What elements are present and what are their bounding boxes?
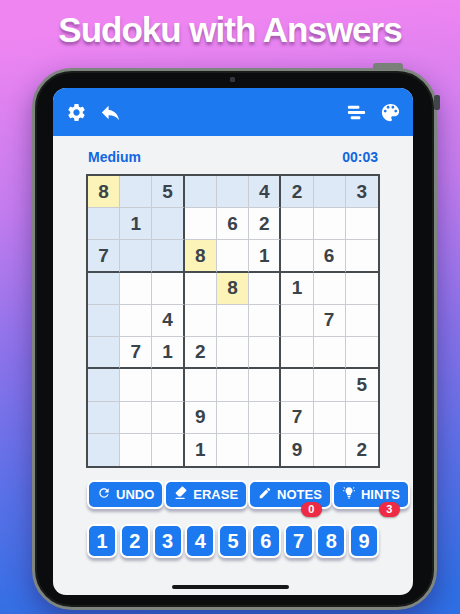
cell-r4c5[interactable]: 8 [217, 273, 249, 305]
cell-r2c4[interactable] [185, 208, 217, 240]
cell-r3c9[interactable] [346, 240, 378, 272]
cell-r8c3[interactable] [152, 402, 184, 434]
volume-button [434, 95, 440, 110]
hints-label: HINTS [361, 487, 400, 502]
cell-r3c2[interactable] [120, 240, 152, 272]
numpad-button-2[interactable]: 2 [120, 524, 150, 558]
cell-r9c8[interactable] [314, 434, 346, 466]
difficulty-label: Medium [88, 149, 141, 165]
cell-r2c5[interactable]: 6 [217, 208, 249, 240]
cell-r3c8[interactable]: 6 [314, 240, 346, 272]
cell-r6c7[interactable] [281, 337, 313, 369]
cell-r8c5[interactable] [217, 402, 249, 434]
cell-r2c9[interactable] [346, 208, 378, 240]
cell-r6c8[interactable] [314, 337, 346, 369]
cell-r9c3[interactable] [152, 434, 184, 466]
notes-badge: 0 [301, 502, 322, 517]
cell-r2c6[interactable]: 2 [249, 208, 281, 240]
cell-r4c1[interactable] [88, 273, 120, 305]
cell-r3c5[interactable] [217, 240, 249, 272]
cell-r7c5[interactable] [217, 369, 249, 401]
power-button [373, 63, 403, 70]
cell-r8c2[interactable] [120, 402, 152, 434]
cell-r7c3[interactable] [152, 369, 184, 401]
cell-r8c1[interactable] [88, 402, 120, 434]
cell-r8c4[interactable]: 9 [185, 402, 217, 434]
numpad-row: 123456789 [87, 524, 379, 558]
numpad-button-8[interactable]: 8 [316, 524, 346, 558]
cell-r6c6[interactable] [249, 337, 281, 369]
cell-r5c9[interactable] [346, 305, 378, 337]
erase-button[interactable]: ERASE [164, 480, 248, 509]
cell-r8c7[interactable]: 7 [281, 402, 313, 434]
cell-r4c6[interactable] [249, 273, 281, 305]
cell-r6c5[interactable] [217, 337, 249, 369]
numpad-button-1[interactable]: 1 [87, 524, 117, 558]
hints-badge: 3 [379, 502, 400, 517]
pencil-icon [258, 486, 272, 503]
cell-r6c2[interactable]: 7 [120, 337, 152, 369]
erase-label: ERASE [193, 487, 238, 502]
undo-label: UNDO [116, 487, 154, 502]
hints-button[interactable]: HINTS 3 [332, 480, 410, 509]
cell-r3c4[interactable]: 8 [185, 240, 217, 272]
numpad-button-4[interactable]: 4 [185, 524, 215, 558]
status-row: Medium 00:03 [88, 149, 378, 165]
numpad-button-9[interactable]: 9 [349, 524, 379, 558]
cell-r2c2[interactable]: 1 [120, 208, 152, 240]
cell-r1c8[interactable] [314, 176, 346, 208]
cell-r1c3[interactable]: 5 [152, 176, 184, 208]
cell-r5c8[interactable]: 7 [314, 305, 346, 337]
cell-r5c6[interactable] [249, 305, 281, 337]
cell-r7c8[interactable] [314, 369, 346, 401]
cell-r5c7[interactable] [281, 305, 313, 337]
cell-r8c8[interactable] [314, 402, 346, 434]
cell-r4c2[interactable] [120, 273, 152, 305]
notes-button[interactable]: NOTES 0 [248, 480, 332, 509]
cell-r4c4[interactable] [185, 273, 217, 305]
cell-r5c5[interactable] [217, 305, 249, 337]
cell-r1c7[interactable]: 2 [281, 176, 313, 208]
back-arrow-icon[interactable] [93, 95, 127, 129]
cell-r3c7[interactable] [281, 240, 313, 272]
eraser-icon [174, 486, 188, 503]
settings-gear-icon[interactable] [59, 95, 93, 129]
toolbar [53, 88, 413, 136]
cell-r9c9[interactable]: 2 [346, 434, 378, 466]
cell-r4c8[interactable] [314, 273, 346, 305]
cell-r9c1[interactable] [88, 434, 120, 466]
cell-r5c1[interactable] [88, 305, 120, 337]
cell-r2c7[interactable] [281, 208, 313, 240]
cell-r8c9[interactable] [346, 402, 378, 434]
cell-r4c9[interactable] [346, 273, 378, 305]
cell-r4c7[interactable]: 1 [281, 273, 313, 305]
cell-r1c6[interactable]: 4 [249, 176, 281, 208]
sudoku-grid: 8542316278168147712597192 [86, 174, 380, 468]
cell-r7c9[interactable]: 5 [346, 369, 378, 401]
cell-r3c3[interactable] [152, 240, 184, 272]
cell-r5c4[interactable] [185, 305, 217, 337]
cell-r3c6[interactable]: 1 [249, 240, 281, 272]
cell-r7c1[interactable] [88, 369, 120, 401]
cell-r6c4[interactable]: 2 [185, 337, 217, 369]
cell-r2c8[interactable] [314, 208, 346, 240]
page-title: Sudoku with Answers [0, 10, 460, 50]
numpad-button-3[interactable]: 3 [153, 524, 183, 558]
numpad-button-7[interactable]: 7 [284, 524, 314, 558]
cell-r9c2[interactable] [120, 434, 152, 466]
tablet-frame: Medium 00:03 8542316278168147712597192 U… [32, 68, 437, 610]
cell-r1c2[interactable] [120, 176, 152, 208]
action-buttons-row: UNDO ERASE NOTES 0 HINTS 3 [87, 480, 379, 509]
front-camera [230, 77, 235, 82]
cell-r7c7[interactable] [281, 369, 313, 401]
theme-palette-icon[interactable] [373, 95, 407, 129]
cell-r1c4[interactable] [185, 176, 217, 208]
cell-r5c3[interactable]: 4 [152, 305, 184, 337]
app-screen: Medium 00:03 8542316278168147712597192 U… [53, 88, 413, 595]
cell-r7c4[interactable] [185, 369, 217, 401]
home-indicator[interactable] [172, 585, 289, 589]
bulb-icon [342, 486, 356, 503]
cell-r9c7[interactable]: 9 [281, 434, 313, 466]
cell-r4c3[interactable] [152, 273, 184, 305]
cell-r2c1[interactable] [88, 208, 120, 240]
numpad-button-5[interactable]: 5 [218, 524, 248, 558]
cell-r9c5[interactable] [217, 434, 249, 466]
cell-r7c6[interactable] [249, 369, 281, 401]
cell-r1c1[interactable]: 8 [88, 176, 120, 208]
cell-r5c2[interactable] [120, 305, 152, 337]
undo-icon [97, 486, 111, 503]
timer: 00:03 [342, 149, 378, 165]
cell-r6c3[interactable]: 1 [152, 337, 184, 369]
cell-r9c6[interactable] [249, 434, 281, 466]
cell-r1c9[interactable]: 3 [346, 176, 378, 208]
cell-r6c9[interactable] [346, 337, 378, 369]
cell-r3c1[interactable]: 7 [88, 240, 120, 272]
cell-r6c1[interactable] [88, 337, 120, 369]
cell-r7c2[interactable] [120, 369, 152, 401]
cell-r2c3[interactable] [152, 208, 184, 240]
undo-button[interactable]: UNDO [87, 480, 164, 509]
numpad-button-6[interactable]: 6 [251, 524, 281, 558]
notes-label: NOTES [277, 487, 322, 502]
sort-menu-icon[interactable] [339, 95, 373, 129]
cell-r8c6[interactable] [249, 402, 281, 434]
cell-r1c5[interactable] [217, 176, 249, 208]
cell-r9c4[interactable]: 1 [185, 434, 217, 466]
